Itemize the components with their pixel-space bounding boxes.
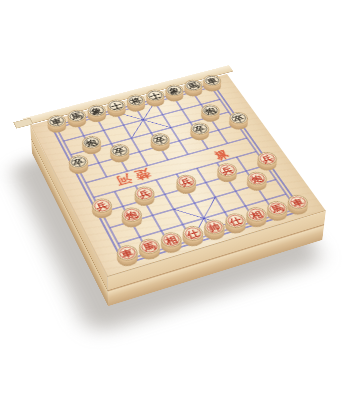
scene: 楚河 汉界 車馬象士将士象馬車炮炮卒卒卒卒卒兵兵兵兵兵炮炮車馬相仕帅仕相馬車 [0,0,350,400]
product-photo: 楚河 汉界 車馬象士将士象馬車炮炮卒卒卒卒卒兵兵兵兵兵炮炮車馬相仕帅仕相馬車 [0,0,350,400]
piece-glyph: 卒 [192,124,206,133]
piece-red-elephant[interactable]: 相 [157,237,184,256]
piece-glyph: 兵 [219,165,234,175]
piece-glyph: 馬 [141,241,157,252]
piece-glyph: 車 [205,76,219,85]
piece-red-soldier[interactable]: 兵 [89,203,114,221]
piece-glyph: 炮 [203,106,217,115]
piece-black-soldier[interactable]: 卒 [147,138,171,154]
piece-red-advisor[interactable]: 仕 [221,218,248,237]
piece-glyph: 象 [167,86,181,95]
piece-black-elephant[interactable]: 象 [162,90,185,105]
piece-red-cannon[interactable]: 炮 [118,212,144,231]
piece-black-soldier[interactable]: 卒 [187,127,211,143]
piece-glyph: 仕 [185,228,201,239]
piece-glyph: 卒 [231,114,245,123]
piece-glyph: 卒 [112,146,126,156]
piece-black-soldier[interactable]: 卒 [226,117,250,133]
piece-glyph: 象 [90,106,104,115]
piece-black-chariot[interactable]: 車 [45,120,68,136]
piece-glyph: 士 [148,91,162,100]
piece-glyph: 兵 [94,200,109,211]
piece-glyph: 車 [290,197,306,208]
piece-red-soldier[interactable]: 兵 [131,191,156,209]
piece-glyph: 卒 [71,157,85,167]
piece-red-chariot[interactable]: 車 [113,250,140,270]
piece-black-horse[interactable]: 馬 [181,85,204,100]
piece-glyph: 士 [109,101,123,110]
piece-red-horse[interactable]: 馬 [135,243,162,263]
piece-glyph: 車 [49,117,63,126]
piece-black-advisor[interactable]: 士 [143,95,166,110]
piece-glyph: 兵 [178,177,193,187]
piece-glyph: 馬 [70,111,84,120]
piece-glyph: 兵 [259,154,274,164]
piece-glyph: 車 [119,247,135,259]
piece-glyph: 仕 [227,215,243,226]
piece-red-soldier[interactable]: 兵 [213,168,239,185]
piece-black-advisor[interactable]: 士 [104,105,127,120]
piece-black-general[interactable]: 将 [124,100,147,115]
piece-black-elephant[interactable]: 象 [85,110,108,126]
piece-red-soldier[interactable]: 兵 [173,180,199,198]
piece-glyph: 兵 [137,188,152,198]
xiangqi-box: 楚河 汉界 車馬象士将士象馬車炮炮卒卒卒卒卒兵兵兵兵兵炮炮車馬相仕帅仕相馬車 [30,74,326,277]
piece-black-chariot[interactable]: 車 [200,80,223,95]
piece-glyph: 炮 [249,174,264,184]
piece-glyph: 炮 [84,138,98,148]
piece-glyph: 相 [163,234,179,245]
piece-glyph: 将 [129,96,143,105]
piece-red-cannon[interactable]: 炮 [243,177,269,195]
piece-glyph: 卒 [153,135,167,144]
piece-red-advisor[interactable]: 仕 [179,231,206,250]
piece-glyph: 炮 [124,209,139,220]
piece-red-general[interactable]: 帅 [200,224,227,243]
piece-glyph: 馬 [269,203,285,214]
piece-glyph: 相 [248,209,264,220]
piece-black-soldier[interactable]: 卒 [107,149,131,166]
piece-glyph: 帅 [206,222,222,233]
piece-black-soldier[interactable]: 卒 [66,160,90,177]
piece-black-horse[interactable]: 馬 [65,115,88,131]
piece-glyph: 馬 [186,81,200,90]
